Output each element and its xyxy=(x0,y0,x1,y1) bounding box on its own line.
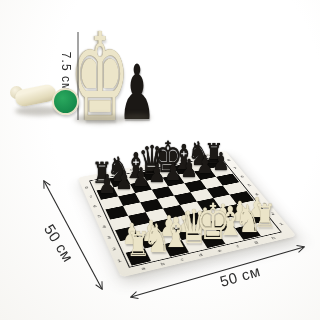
coord-rank-left-5: 5 xyxy=(97,214,101,217)
coord-file-far-d: d xyxy=(145,165,149,168)
coord-file-far-b: b xyxy=(113,172,117,175)
coord-file-near-e: e xyxy=(217,249,222,253)
coord-rank-right-3: 3 xyxy=(262,202,267,205)
board-sheet: aabbccddeeffgghh1122334455667788 xyxy=(78,150,297,277)
coord-rank-right-6: 6 xyxy=(240,175,245,178)
coord-file-far-c: c xyxy=(129,169,133,172)
coord-rank-left-7: 7 xyxy=(89,195,93,198)
pawn-shadow xyxy=(123,114,151,121)
coord-rank-right-1: 1 xyxy=(279,222,284,226)
coord-file-near-a: a xyxy=(141,267,146,271)
coord-rank-right-5: 5 xyxy=(247,184,252,187)
coord-rank-left-3: 3 xyxy=(107,236,112,240)
green-felt-base xyxy=(52,88,79,115)
product-photo-scene: 7.5 см 50 см 50 см ♚ ♟ aabbccddeeffgghh1… xyxy=(0,0,320,320)
coord-file-near-b: b xyxy=(160,262,165,266)
king-shadow xyxy=(74,114,126,124)
dimension-arrows xyxy=(0,0,320,320)
board-width-label: 50 см xyxy=(218,262,262,290)
coord-file-far-a: a xyxy=(96,175,100,178)
piece-height-label: 7.5 см xyxy=(59,52,73,92)
coord-rank-right-4: 4 xyxy=(254,193,259,196)
coord-file-near-g: g xyxy=(253,240,258,244)
coord-rank-left-6: 6 xyxy=(93,204,97,207)
coord-rank-left-4: 4 xyxy=(102,225,107,229)
coord-rank-right-2: 2 xyxy=(270,212,275,215)
coord-rank-left-1: 1 xyxy=(117,259,122,263)
coord-file-near-f: f xyxy=(236,245,240,249)
coord-file-far-g: g xyxy=(191,157,195,160)
coord-rank-right-7: 7 xyxy=(233,167,238,170)
board-side-label: 50 см xyxy=(41,221,77,265)
coord-file-near-h: h xyxy=(271,236,276,240)
coord-file-near-d: d xyxy=(198,253,203,257)
coord-rank-left-8: 8 xyxy=(84,186,88,189)
coord-file-near-c: c xyxy=(180,258,185,262)
coord-file-far-h: h xyxy=(206,154,210,157)
coord-rank-left-2: 2 xyxy=(112,247,117,251)
coord-file-far-e: e xyxy=(161,163,165,166)
coord-rank-right-8: 8 xyxy=(226,159,230,162)
coord-file-far-f: f xyxy=(177,160,180,162)
